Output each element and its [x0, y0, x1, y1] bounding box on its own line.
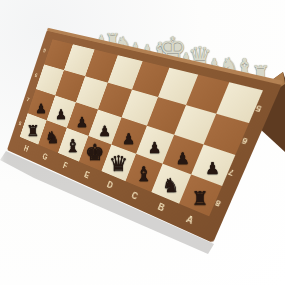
rank-label-left-8: 8 — [18, 120, 22, 126]
black-pawn-piece: ♟ — [122, 132, 135, 147]
black-pawn-piece: ♟ — [205, 161, 220, 178]
rank-label-left-5: 5 — [42, 48, 46, 55]
black-rook-piece: ♜ — [26, 124, 39, 139]
file-label-e: E — [83, 171, 90, 180]
file-label-c: C — [130, 191, 139, 201]
black-pawn-piece: ♟ — [98, 124, 111, 138]
file-label-h: H — [23, 145, 29, 154]
rank-label-left-7: 7 — [26, 97, 30, 103]
black-rook-piece: ♜ — [192, 189, 209, 208]
black-pawn-piece: ♟ — [35, 102, 47, 115]
file-label-d: D — [106, 180, 114, 190]
black-king-piece: ♚ — [85, 142, 105, 164]
rank-label-left-6: 6 — [34, 72, 38, 79]
black-pawn-piece: ♟ — [148, 141, 162, 156]
file-label-f: F — [62, 162, 68, 171]
photo-canvas: ♟♜♞♟♟♝♚♟♛♟♞♝♜ HGFEDCBA55667788 ♜♞♝♚♛♝♞♜♟… — [0, 0, 285, 285]
black-pawn-piece: ♟ — [55, 108, 67, 121]
black-bishop-piece: ♝ — [135, 165, 153, 185]
file-label-g: G — [41, 153, 48, 162]
black-pawn-piece: ♟ — [76, 116, 88, 130]
black-pawn-piece: ♟ — [175, 151, 189, 167]
black-bishop-piece: ♝ — [65, 137, 81, 155]
black-knight-piece: ♞ — [45, 130, 60, 146]
black-queen-piece: ♛ — [109, 153, 128, 175]
file-label-a: A — [185, 215, 195, 226]
file-label-b: B — [156, 202, 165, 213]
black-knight-piece: ♞ — [162, 176, 179, 196]
